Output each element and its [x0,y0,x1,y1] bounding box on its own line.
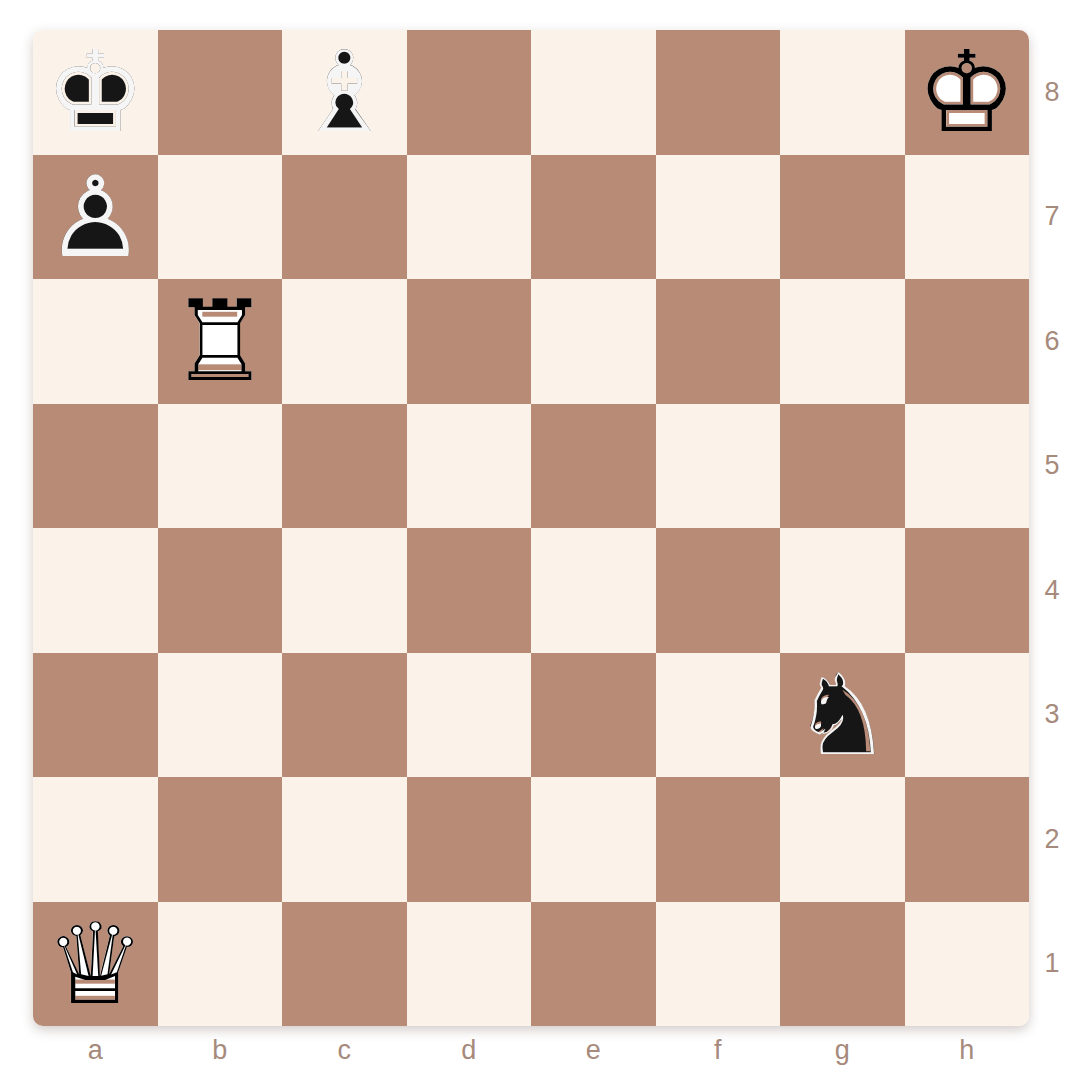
chess-diagram: ♚♔♝♗♚♔♟♙♜♖♞♘♛♕ 87654321 abcdefgh [0,0,1076,1076]
square-h5[interactable] [905,404,1030,529]
square-b5[interactable] [158,404,283,529]
square-c8[interactable]: ♝♗ [282,30,407,155]
rank-label-6: 6 [1028,279,1076,404]
square-d1[interactable] [407,902,532,1027]
black-bishop[interactable]: ♝♗ [282,30,407,155]
square-b4[interactable] [158,528,283,653]
rank-labels: 87654321 [1028,30,1076,1026]
square-b7[interactable] [158,155,283,280]
square-a3[interactable] [33,653,158,778]
square-a5[interactable] [33,404,158,529]
file-label-e: e [531,1028,656,1072]
rank-label-7: 7 [1028,155,1076,280]
white-rook[interactable]: ♜♖ [158,279,283,404]
file-label-b: b [158,1028,283,1072]
chess-board: ♚♔♝♗♚♔♟♙♜♖♞♘♛♕ [33,30,1029,1026]
black-king[interactable]: ♚♔ [33,30,158,155]
square-g1[interactable] [780,902,905,1027]
square-h7[interactable] [905,155,1030,280]
square-f3[interactable] [656,653,781,778]
square-b6[interactable]: ♜♖ [158,279,283,404]
square-b2[interactable] [158,777,283,902]
square-a1[interactable]: ♛♕ [33,902,158,1027]
white-king[interactable]: ♚♔ [905,30,1030,155]
white-rook-outline: ♖ [158,279,283,404]
square-d5[interactable] [407,404,532,529]
square-a4[interactable] [33,528,158,653]
square-d2[interactable] [407,777,532,902]
square-g2[interactable] [780,777,905,902]
square-a2[interactable] [33,777,158,902]
square-b8[interactable] [158,30,283,155]
square-f5[interactable] [656,404,781,529]
white-king-outline: ♔ [905,30,1030,155]
square-g4[interactable] [780,528,905,653]
black-knight[interactable]: ♞♘ [780,653,905,778]
square-c3[interactable] [282,653,407,778]
file-labels: abcdefgh [33,1028,1029,1072]
white-queen[interactable]: ♛♕ [33,902,158,1027]
square-h1[interactable] [905,902,1030,1027]
square-g3[interactable]: ♞♘ [780,653,905,778]
rank-label-2: 2 [1028,777,1076,902]
square-c7[interactable] [282,155,407,280]
square-a8[interactable]: ♚♔ [33,30,158,155]
square-c2[interactable] [282,777,407,902]
square-b3[interactable] [158,653,283,778]
square-f4[interactable] [656,528,781,653]
black-knight-outline: ♘ [780,653,905,778]
square-c4[interactable] [282,528,407,653]
black-pawn-outline: ♙ [33,155,158,280]
square-a7[interactable]: ♟♙ [33,155,158,280]
square-d6[interactable] [407,279,532,404]
square-e5[interactable] [531,404,656,529]
square-d4[interactable] [407,528,532,653]
square-g8[interactable] [780,30,905,155]
square-e8[interactable] [531,30,656,155]
file-label-f: f [656,1028,781,1072]
square-f8[interactable] [656,30,781,155]
black-bishop-outline: ♗ [282,30,407,155]
square-c1[interactable] [282,902,407,1027]
file-label-g: g [780,1028,905,1072]
square-f1[interactable] [656,902,781,1027]
square-h4[interactable] [905,528,1030,653]
square-d7[interactable] [407,155,532,280]
rank-label-8: 8 [1028,30,1076,155]
rank-label-5: 5 [1028,404,1076,529]
square-f2[interactable] [656,777,781,902]
square-h2[interactable] [905,777,1030,902]
square-h3[interactable] [905,653,1030,778]
square-c5[interactable] [282,404,407,529]
file-label-a: a [33,1028,158,1072]
square-g7[interactable] [780,155,905,280]
square-e3[interactable] [531,653,656,778]
square-g6[interactable] [780,279,905,404]
black-king-outline: ♔ [33,30,158,155]
rank-label-4: 4 [1028,528,1076,653]
square-e4[interactable] [531,528,656,653]
square-e7[interactable] [531,155,656,280]
square-a6[interactable] [33,279,158,404]
square-e2[interactable] [531,777,656,902]
square-b1[interactable] [158,902,283,1027]
square-e1[interactable] [531,902,656,1027]
square-d3[interactable] [407,653,532,778]
rank-label-3: 3 [1028,653,1076,778]
file-label-h: h [905,1028,1030,1072]
square-e6[interactable] [531,279,656,404]
square-h6[interactable] [905,279,1030,404]
file-label-c: c [282,1028,407,1072]
square-h8[interactable]: ♚♔ [905,30,1030,155]
file-label-d: d [407,1028,532,1072]
square-d8[interactable] [407,30,532,155]
square-g5[interactable] [780,404,905,529]
square-c6[interactable] [282,279,407,404]
rank-label-1: 1 [1028,902,1076,1027]
black-pawn[interactable]: ♟♙ [33,155,158,280]
white-queen-outline: ♕ [33,902,158,1027]
square-f7[interactable] [656,155,781,280]
square-f6[interactable] [656,279,781,404]
